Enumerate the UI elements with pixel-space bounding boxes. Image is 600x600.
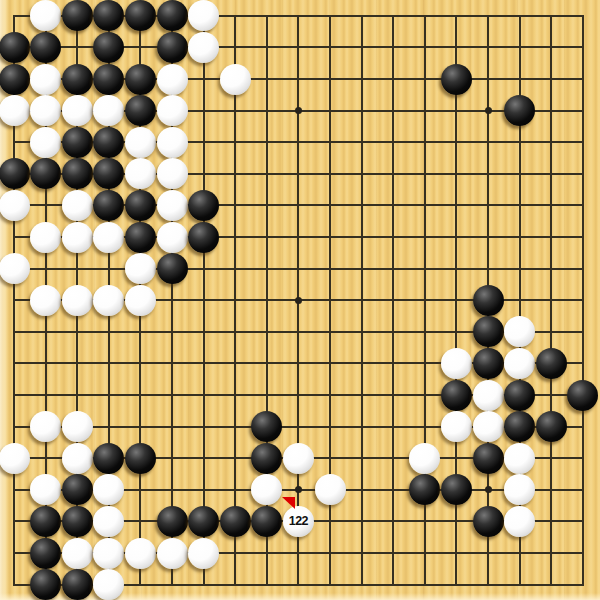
stone-white-c2r6 <box>62 190 93 221</box>
stone-black-c3r6 <box>93 190 124 221</box>
stone-white-c2r3 <box>62 95 93 126</box>
stone-black-c17r13 <box>536 411 567 442</box>
stone-white-c5r5 <box>157 158 188 189</box>
stone-black-c0r5 <box>0 158 30 189</box>
board-edge-bottom <box>0 593 600 600</box>
stone-white-c10r15 <box>315 474 346 505</box>
stone-white-c5r3 <box>157 95 188 126</box>
stone-black-c5r0 <box>157 0 188 31</box>
stone-black-c4r6 <box>125 190 156 221</box>
stone-white-c14r11 <box>441 348 472 379</box>
stone-white-c4r8 <box>125 253 156 284</box>
grid-line-vertical <box>582 15 584 586</box>
stone-black-c4r14 <box>125 443 156 474</box>
stone-black-c2r4 <box>62 127 93 158</box>
stone-black-c3r4 <box>93 127 124 158</box>
stone-white-c1r0 <box>30 0 61 31</box>
stone-white-c16r16 <box>504 506 535 537</box>
stone-white-c0r6 <box>0 190 30 221</box>
stone-black-c14r15 <box>441 474 472 505</box>
stone-black-c18r12 <box>567 380 598 411</box>
stone-black-c5r1 <box>157 32 188 63</box>
stone-white-c3r16 <box>93 506 124 537</box>
stone-white-c4r5 <box>125 158 156 189</box>
star-point <box>295 297 302 304</box>
stone-black-c7r16 <box>220 506 251 537</box>
stone-black-c16r3 <box>504 95 535 126</box>
stone-black-c13r15 <box>409 474 440 505</box>
stone-white-c1r3 <box>30 95 61 126</box>
stone-black-c4r7 <box>125 222 156 253</box>
stone-white-c1r4 <box>30 127 61 158</box>
stone-white-c4r9 <box>125 285 156 316</box>
stone-white-c0r14 <box>0 443 30 474</box>
stone-black-c16r13 <box>504 411 535 442</box>
stone-black-c1r1 <box>30 32 61 63</box>
stone-white-c3r17 <box>93 538 124 569</box>
stone-white-c1r7 <box>30 222 61 253</box>
stone-white-c3r7 <box>93 222 124 253</box>
stone-black-c6r16 <box>188 506 219 537</box>
stone-black-c4r3 <box>125 95 156 126</box>
stone-white-c15r12 <box>473 380 504 411</box>
star-point <box>295 107 302 114</box>
stone-black-c15r10 <box>473 316 504 347</box>
go-board[interactable]: 122 <box>0 0 600 600</box>
stone-white-c4r17 <box>125 538 156 569</box>
stone-white-c9r16-move-122: 122 <box>283 506 314 537</box>
stone-white-c5r6 <box>157 190 188 221</box>
stone-black-c4r0 <box>125 0 156 31</box>
stone-black-c2r15 <box>62 474 93 505</box>
stone-black-c3r5 <box>93 158 124 189</box>
stone-black-c5r16 <box>157 506 188 537</box>
stone-white-c3r15 <box>93 474 124 505</box>
stone-white-c0r8 <box>0 253 30 284</box>
stone-white-c2r13 <box>62 411 93 442</box>
stone-white-c7r2 <box>220 64 251 95</box>
stone-white-c2r9 <box>62 285 93 316</box>
stone-white-c15r13 <box>473 411 504 442</box>
stone-white-c6r0 <box>188 0 219 31</box>
stone-black-c4r2 <box>125 64 156 95</box>
stone-white-c14r13 <box>441 411 472 442</box>
stone-white-c1r2 <box>30 64 61 95</box>
stone-white-c3r3 <box>93 95 124 126</box>
stone-white-c5r7 <box>157 222 188 253</box>
stone-black-c1r16 <box>30 506 61 537</box>
stone-black-c2r2 <box>62 64 93 95</box>
stone-white-c1r13 <box>30 411 61 442</box>
star-point <box>295 486 302 493</box>
stone-white-c1r9 <box>30 285 61 316</box>
stone-black-c15r16 <box>473 506 504 537</box>
stone-white-c16r15 <box>504 474 535 505</box>
stone-white-c13r14 <box>409 443 440 474</box>
stone-black-c2r5 <box>62 158 93 189</box>
stone-black-c15r11 <box>473 348 504 379</box>
stone-black-c3r2 <box>93 64 124 95</box>
stone-black-c6r6 <box>188 190 219 221</box>
stone-white-c5r2 <box>157 64 188 95</box>
stone-black-c0r2 <box>0 64 30 95</box>
stone-white-c9r14 <box>283 443 314 474</box>
grid-line-vertical <box>392 15 394 586</box>
stone-white-c16r14 <box>504 443 535 474</box>
stone-black-c2r18 <box>62 569 93 600</box>
star-point <box>485 486 492 493</box>
stone-black-c14r12 <box>441 380 472 411</box>
stone-black-c1r17 <box>30 538 61 569</box>
stone-black-c17r11 <box>536 348 567 379</box>
stone-white-c3r9 <box>93 285 124 316</box>
stone-white-c2r14 <box>62 443 93 474</box>
stone-white-c1r15 <box>30 474 61 505</box>
stone-black-c3r1 <box>93 32 124 63</box>
stone-black-c16r12 <box>504 380 535 411</box>
stone-black-c3r14 <box>93 443 124 474</box>
stone-white-c5r4 <box>157 127 188 158</box>
stone-white-c6r17 <box>188 538 219 569</box>
stone-white-c16r11 <box>504 348 535 379</box>
stone-black-c8r13 <box>251 411 282 442</box>
grid-line-vertical <box>361 15 363 586</box>
stone-white-c6r1 <box>188 32 219 63</box>
stone-white-c16r10 <box>504 316 535 347</box>
stone-black-c14r2 <box>441 64 472 95</box>
stone-white-c2r17 <box>62 538 93 569</box>
stone-black-c5r8 <box>157 253 188 284</box>
stone-black-c8r16 <box>251 506 282 537</box>
stone-black-c15r14 <box>473 443 504 474</box>
stone-black-c1r5 <box>30 158 61 189</box>
grid-line-vertical <box>550 15 552 586</box>
stone-white-c0r3 <box>0 95 30 126</box>
stone-black-c3r0 <box>93 0 124 31</box>
stone-black-c8r14 <box>251 443 282 474</box>
stone-white-c8r15 <box>251 474 282 505</box>
move-number-label: 122 <box>283 506 314 537</box>
stone-white-c5r17 <box>157 538 188 569</box>
stone-white-c4r4 <box>125 127 156 158</box>
stone-black-c1r18 <box>30 569 61 600</box>
stone-black-c15r9 <box>473 285 504 316</box>
last-move-red-triangle-marker <box>282 497 295 509</box>
star-point <box>485 107 492 114</box>
stone-black-c6r7 <box>188 222 219 253</box>
stone-white-c2r7 <box>62 222 93 253</box>
stone-black-c2r0 <box>62 0 93 31</box>
stone-black-c0r1 <box>0 32 30 63</box>
stone-black-c2r16 <box>62 506 93 537</box>
